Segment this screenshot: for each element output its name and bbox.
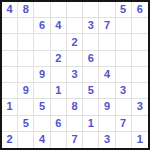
cell-r7c1[interactable]: 1 [2,99,18,115]
cell-r4c8[interactable] [116,51,132,67]
cell-r1c4[interactable] [51,2,67,18]
cell-r8c9[interactable] [132,116,148,132]
cell-r2c8[interactable] [116,18,132,34]
cell-r3c4[interactable] [51,34,67,50]
cell-r9c4[interactable] [51,132,67,148]
cell-r6c1[interactable] [2,83,18,99]
cell-r8c3[interactable] [34,116,50,132]
cell-r2c9[interactable] [132,18,148,34]
cell-r9c7[interactable]: 3 [99,132,115,148]
given-number: 6 [137,4,143,15]
cell-r9c1[interactable]: 2 [2,132,18,148]
given-number: 7 [71,134,77,145]
given-number: 7 [104,20,110,31]
cell-r4c6[interactable]: 6 [83,51,99,67]
given-number: 4 [7,4,13,15]
cell-r8c2[interactable]: 5 [18,116,34,132]
cell-r1c8[interactable]: 5 [116,2,132,18]
cell-r6c7[interactable] [99,83,115,99]
given-number: 4 [104,69,110,80]
given-number: 1 [7,101,13,112]
cell-r7c4[interactable] [51,99,67,115]
given-number: 8 [23,4,29,15]
cell-r3c7[interactable] [99,34,115,50]
cell-r7c5[interactable]: 8 [67,99,83,115]
cell-r6c2[interactable]: 9 [18,83,34,99]
cell-r2c7[interactable]: 7 [99,18,115,34]
cell-r4c1[interactable] [2,51,18,67]
cell-r2c3[interactable]: 6 [34,18,50,34]
given-number: 3 [71,69,77,80]
given-number: 3 [137,101,143,112]
given-number: 3 [88,20,94,31]
cell-r8c1[interactable] [2,116,18,132]
cell-r3c1[interactable] [2,34,18,50]
given-number: 5 [23,118,29,129]
cell-r1c2[interactable]: 8 [18,2,34,18]
cell-r7c7[interactable]: 9 [99,99,115,115]
cell-r4c7[interactable] [99,51,115,67]
cell-r3c3[interactable] [34,34,50,50]
cell-r6c5[interactable] [67,83,83,99]
cell-r6c8[interactable]: 3 [116,83,132,99]
cell-r9c6[interactable] [83,132,99,148]
cell-r4c4[interactable]: 2 [51,51,67,67]
given-number: 1 [55,85,61,96]
cell-r1c5[interactable] [67,2,83,18]
cell-r1c7[interactable] [99,2,115,18]
given-number: 2 [55,53,61,64]
cell-r9c5[interactable]: 7 [67,132,83,148]
cell-r7c9[interactable]: 3 [132,99,148,115]
cell-r3c2[interactable] [18,34,34,50]
cell-r3c8[interactable] [116,34,132,50]
cell-r8c8[interactable]: 7 [116,116,132,132]
cell-r3c9[interactable] [132,34,148,50]
cell-r5c5[interactable]: 3 [67,67,83,83]
given-number: 4 [55,20,61,31]
cell-r5c3[interactable]: 9 [34,67,50,83]
cell-r4c9[interactable] [132,51,148,67]
cell-r5c7[interactable]: 4 [99,67,115,83]
cell-r1c9[interactable]: 6 [132,2,148,18]
cell-r2c1[interactable] [2,18,18,34]
given-number: 6 [88,53,94,64]
cell-r5c9[interactable] [132,67,148,83]
given-number: 2 [7,134,13,145]
cell-r6c6[interactable]: 5 [83,83,99,99]
cell-r9c8[interactable] [116,132,132,148]
given-number: 5 [120,4,126,15]
given-number: 1 [137,134,143,145]
given-number: 9 [39,69,45,80]
given-number: 5 [39,101,45,112]
given-number: 6 [55,118,61,129]
given-number: 8 [71,101,77,112]
cell-r6c4[interactable]: 1 [51,83,67,99]
cell-r1c3[interactable] [34,2,50,18]
given-number: 4 [39,134,45,145]
cell-r4c3[interactable] [34,51,50,67]
cell-r3c6[interactable] [83,34,99,50]
cell-r2c5[interactable] [67,18,83,34]
cell-r9c3[interactable]: 4 [34,132,50,148]
given-number: 7 [120,118,126,129]
cell-r7c6[interactable] [83,99,99,115]
given-number: 3 [104,134,110,145]
cell-r7c3[interactable]: 5 [34,99,50,115]
cell-r2c6[interactable]: 3 [83,18,99,34]
given-number: 2 [71,37,77,48]
given-number: 5 [88,85,94,96]
given-number: 9 [23,85,29,96]
cell-r1c1[interactable]: 4 [2,2,18,18]
given-number: 6 [39,20,45,31]
cell-r8c5[interactable] [67,116,83,132]
given-number: 3 [120,85,126,96]
cell-r9c2[interactable] [18,132,34,148]
cell-r8c6[interactable]: 1 [83,116,99,132]
cell-r3c5[interactable]: 2 [67,34,83,50]
cell-r5c6[interactable] [83,67,99,83]
cell-r7c8[interactable] [116,99,132,115]
cell-r5c2[interactable] [18,67,34,83]
cell-r2c4[interactable]: 4 [51,18,67,34]
cell-r8c4[interactable]: 6 [51,116,67,132]
given-number: 1 [88,118,94,129]
cell-r7c2[interactable] [18,99,34,115]
cell-r6c9[interactable] [132,83,148,99]
cell-r8c7[interactable] [99,116,115,132]
sudoku-board: 48566437226934915315893561724731 [0,0,150,150]
cell-r9c9[interactable]: 1 [132,132,148,148]
cell-r1c6[interactable] [83,2,99,18]
cell-r6c3[interactable] [34,83,50,99]
cell-r5c4[interactable] [51,67,67,83]
cell-r2c2[interactable] [18,18,34,34]
cell-r5c8[interactable] [116,67,132,83]
cell-r4c5[interactable] [67,51,83,67]
cell-r4c2[interactable] [18,51,34,67]
cell-r5c1[interactable] [2,67,18,83]
given-number: 9 [104,101,110,112]
